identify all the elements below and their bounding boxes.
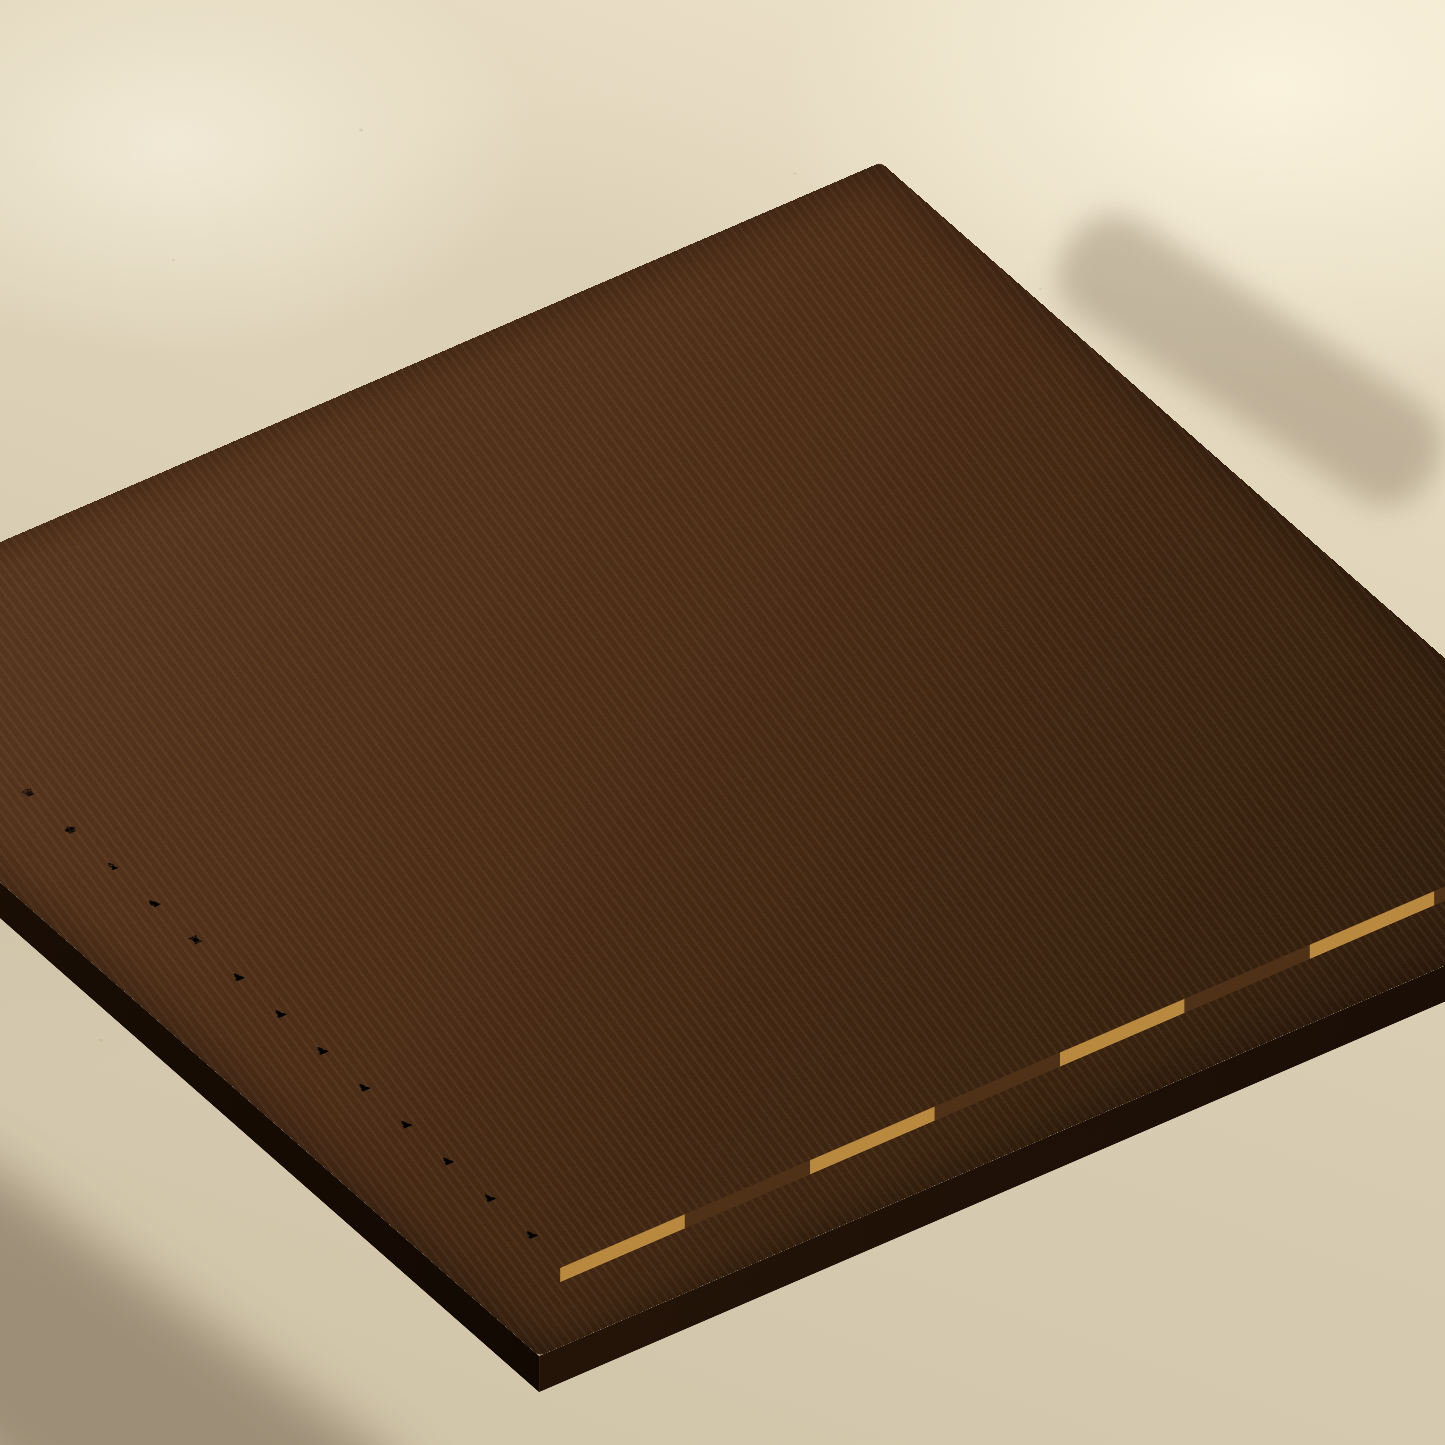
chess-board: ♜♞♝♛♚♝♞♜♟♟♟♟♟♟♟♟ <box>0 222 1445 1268</box>
rook-glyph-icon: ♜ <box>185 933 208 948</box>
queen-glyph-icon: ♛ <box>17 785 40 800</box>
pawn-top-face: ♟ <box>226 544 1236 984</box>
king-glyph-icon: ♚ <box>59 822 82 837</box>
pawn-glyph-icon: ♟ <box>226 969 249 984</box>
pieces-layer: ♜♞♝♛♚♝♞♜♟♟♟♟♟♟♟♟ <box>0 222 1445 1242</box>
board-playing-field: ♜♞♝♛♚♝♞♜♟♟♟♟♟♟♟♟ <box>0 222 1445 1268</box>
pawn-glyph-icon: ♟ <box>436 1154 459 1169</box>
piece-dark-pawn-a7[interactable]: ♟ <box>226 544 1236 984</box>
knight-glyph-icon: ♞ <box>143 896 166 911</box>
bishop-glyph-icon: ♝ <box>101 859 124 874</box>
photo-backdrop: ♜♞♝♛♚♝♞♜♟♟♟♟♟♟♟♟ <box>0 0 1445 1445</box>
pawn-glyph-icon: ♟ <box>394 1117 417 1132</box>
pawn-glyph-icon: ♟ <box>519 1227 542 1242</box>
board-scene: ♜♞♝♛♚♝♞♜♟♟♟♟♟♟♟♟ <box>0 0 1445 1445</box>
